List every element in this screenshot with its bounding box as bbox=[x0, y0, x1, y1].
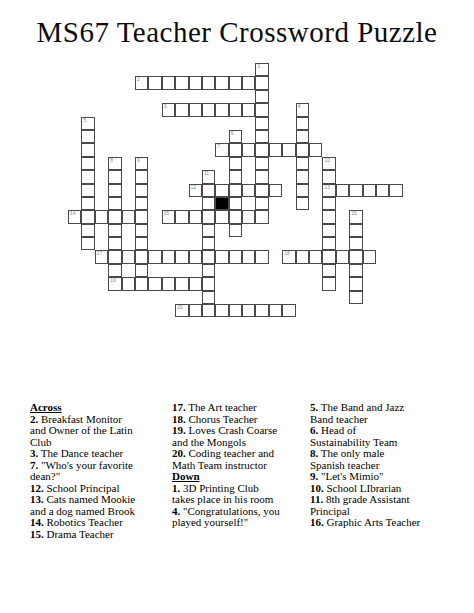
grid-cell[interactable] bbox=[162, 277, 175, 290]
grid-cell[interactable] bbox=[296, 143, 309, 156]
grid-cell[interactable] bbox=[255, 90, 268, 103]
grid-cell[interactable] bbox=[162, 250, 175, 263]
grid-cell[interactable] bbox=[135, 170, 148, 183]
grid-cell[interactable] bbox=[148, 250, 161, 263]
grid-cell[interactable]: 6 bbox=[229, 130, 242, 143]
clue-label: 20. bbox=[172, 447, 186, 459]
grid-cell[interactable] bbox=[255, 103, 268, 116]
clue-number: 14 bbox=[70, 211, 76, 216]
grid-cell[interactable] bbox=[296, 170, 309, 183]
grid-cell[interactable] bbox=[336, 250, 349, 263]
grid-cell[interactable] bbox=[135, 197, 148, 210]
grid-cell[interactable] bbox=[215, 250, 228, 263]
grid-cell[interactable] bbox=[202, 76, 215, 89]
grid-cell[interactable] bbox=[255, 143, 268, 156]
grid-cell[interactable] bbox=[108, 184, 121, 197]
grid-cell[interactable] bbox=[189, 210, 202, 223]
clue-number: 13 bbox=[324, 185, 330, 190]
grid-cell[interactable] bbox=[269, 143, 282, 156]
clue-label: 17. bbox=[172, 401, 186, 413]
grid-cell[interactable] bbox=[255, 157, 268, 170]
clue-label: 1. bbox=[172, 482, 180, 494]
grid-cell[interactable] bbox=[108, 197, 121, 210]
clue-number: 8 bbox=[110, 158, 113, 163]
clue-label: 15. bbox=[30, 528, 44, 540]
across-clue-20: 20. Coding teacher and Math Team instruc… bbox=[172, 448, 304, 471]
grid-cell[interactable] bbox=[242, 184, 255, 197]
across-clue-2: 2. Breakfast Monitor and Owner of the La… bbox=[30, 414, 168, 449]
grid-cell[interactable] bbox=[202, 237, 215, 250]
grid-cell[interactable] bbox=[242, 76, 255, 89]
grid-cell[interactable] bbox=[135, 250, 148, 263]
grid-cell[interactable]: 5 bbox=[81, 117, 94, 130]
across-clue-17: 17. The Art teacher bbox=[172, 402, 304, 414]
grid-cell[interactable] bbox=[322, 237, 335, 250]
down-clue-5: 5. The Band and Jazz Band teacher bbox=[310, 402, 468, 425]
grid-cell[interactable] bbox=[108, 237, 121, 250]
across-clue-15: 15. Drama Teacher bbox=[30, 529, 168, 541]
clue-number: 6 bbox=[231, 131, 234, 136]
grid-cell[interactable] bbox=[122, 277, 135, 290]
down-clue-8: 8. The only male Spanish teacher bbox=[310, 448, 468, 471]
grid-cell[interactable]: 2 bbox=[135, 76, 148, 89]
grid-cell[interactable] bbox=[242, 143, 255, 156]
grid-cell[interactable] bbox=[242, 250, 255, 263]
grid-cell[interactable] bbox=[229, 210, 242, 223]
grid-cell[interactable] bbox=[322, 277, 335, 290]
grid-cell[interactable] bbox=[81, 237, 94, 250]
grid-cell[interactable] bbox=[148, 277, 161, 290]
grid-cell[interactable] bbox=[336, 184, 349, 197]
grid-cell[interactable] bbox=[135, 224, 148, 237]
clues-section: Across2. Breakfast Monitor and Owner of … bbox=[0, 402, 474, 582]
clue-label: 14. bbox=[30, 516, 44, 528]
clue-number: 12 bbox=[191, 185, 197, 190]
clue-label: 6. bbox=[310, 424, 318, 436]
grid-cell[interactable] bbox=[135, 210, 148, 223]
clue-label: 12. bbox=[30, 482, 44, 494]
clue-number: 9 bbox=[137, 158, 140, 163]
grid-cell[interactable] bbox=[175, 250, 188, 263]
grid-cell[interactable] bbox=[202, 250, 215, 263]
grid-cell[interactable] bbox=[202, 184, 215, 197]
down-clue-16: 16. Graphic Arts Teacher bbox=[310, 517, 468, 529]
grid-cell[interactable] bbox=[296, 157, 309, 170]
grid-cell[interactable]: 19 bbox=[108, 277, 121, 290]
grid-cell[interactable] bbox=[175, 103, 188, 116]
grid-cell[interactable] bbox=[349, 264, 362, 277]
grid-cell[interactable] bbox=[189, 304, 202, 317]
grid-cell[interactable] bbox=[349, 184, 362, 197]
clue-column-3: 5. The Band and Jazz Band teacher6. Head… bbox=[310, 402, 468, 529]
across-clue-14: 14. Robotics Teacher bbox=[30, 517, 168, 529]
crossword-grid: 1234567891011121314151617181920 bbox=[68, 63, 403, 317]
grid-cell[interactable]: 13 bbox=[322, 184, 335, 197]
grid-cell[interactable]: 14 bbox=[68, 210, 81, 223]
grid-cell[interactable]: 8 bbox=[108, 157, 121, 170]
grid-cell[interactable] bbox=[108, 264, 121, 277]
clue-number: 7 bbox=[217, 144, 220, 149]
grid-cell[interactable]: 18 bbox=[282, 250, 295, 263]
down-clue-9: 9. "Let's Mimio" bbox=[310, 471, 468, 483]
down-heading: Down bbox=[172, 471, 304, 483]
grid-cell[interactable] bbox=[229, 76, 242, 89]
down-clue-11: 11. 8th grade Assistant Principal bbox=[310, 494, 468, 517]
grid-cell[interactable] bbox=[242, 304, 255, 317]
clue-label: 13. bbox=[30, 493, 44, 505]
grid-cell[interactable] bbox=[255, 76, 268, 89]
grid-cell[interactable] bbox=[81, 170, 94, 183]
grid-cell[interactable]: 20 bbox=[175, 304, 188, 317]
grid-cell[interactable] bbox=[81, 130, 94, 143]
grid-cell[interactable] bbox=[189, 250, 202, 263]
grid-cell[interactable] bbox=[108, 210, 121, 223]
grid-cell[interactable] bbox=[215, 103, 228, 116]
grid-cell[interactable] bbox=[175, 210, 188, 223]
grid-cell[interactable] bbox=[108, 170, 121, 183]
grid-cell[interactable]: 9 bbox=[135, 157, 148, 170]
grid-cell[interactable]: 17 bbox=[95, 250, 108, 263]
grid-cell[interactable]: 11 bbox=[202, 170, 215, 183]
clue-label: 2. bbox=[30, 413, 38, 425]
grid-cell[interactable] bbox=[255, 304, 268, 317]
grid-cell[interactable] bbox=[296, 197, 309, 210]
grid-cell[interactable] bbox=[322, 224, 335, 237]
across-clue-19: 19. Loves Crash Coarse and the Mongols bbox=[172, 425, 304, 448]
clue-number: 4 bbox=[298, 104, 301, 109]
clue-number: 20 bbox=[177, 305, 183, 310]
clue-label: 4. bbox=[172, 505, 180, 517]
grid-cell[interactable] bbox=[363, 250, 376, 263]
grid-cell[interactable] bbox=[309, 143, 322, 156]
grid-cell[interactable] bbox=[81, 184, 94, 197]
clue-column-2: 17. The Art teacher18. Chorus Teacher19.… bbox=[172, 402, 304, 529]
grid-cell[interactable] bbox=[229, 143, 242, 156]
grid-cell[interactable] bbox=[282, 304, 295, 317]
grid-cell[interactable] bbox=[189, 103, 202, 116]
grid-cell[interactable] bbox=[255, 210, 268, 223]
grid-cell[interactable] bbox=[269, 184, 282, 197]
clue-number: 2 bbox=[137, 77, 140, 82]
grid-cell[interactable] bbox=[296, 117, 309, 130]
page: MS67 Teacher Crossword Puzzle 1234567891… bbox=[0, 0, 474, 613]
clue-label: 3. bbox=[30, 447, 38, 459]
clue-label: 8. bbox=[310, 447, 318, 459]
grid-cell[interactable] bbox=[229, 197, 242, 210]
grid-cell[interactable] bbox=[255, 117, 268, 130]
grid-cell[interactable] bbox=[349, 291, 362, 304]
grid-cell[interactable]: 7 bbox=[215, 143, 228, 156]
clue-number: 10 bbox=[324, 158, 330, 163]
grid-cell[interactable]: 1 bbox=[255, 63, 268, 76]
clue-label: 18. bbox=[172, 413, 186, 425]
clue-number: 17 bbox=[97, 251, 103, 256]
grid-cell[interactable] bbox=[148, 76, 161, 89]
grid-cell[interactable] bbox=[81, 157, 94, 170]
grid-cell[interactable] bbox=[255, 170, 268, 183]
grid-cell[interactable] bbox=[202, 210, 215, 223]
grid-cell[interactable] bbox=[349, 237, 362, 250]
grid-cell[interactable] bbox=[215, 76, 228, 89]
grid-cell[interactable]: 16 bbox=[349, 210, 362, 223]
grid-cell[interactable] bbox=[135, 264, 148, 277]
grid-cell[interactable] bbox=[282, 143, 295, 156]
clue-number: 11 bbox=[204, 171, 209, 176]
clue-number: 16 bbox=[351, 211, 357, 216]
grid-cell[interactable] bbox=[255, 130, 268, 143]
grid-cell[interactable] bbox=[296, 184, 309, 197]
grid-cell[interactable] bbox=[202, 304, 215, 317]
grid-cell[interactable] bbox=[215, 210, 228, 223]
grid-cell[interactable] bbox=[202, 224, 215, 237]
grid-cell[interactable] bbox=[175, 76, 188, 89]
clue-number: 15 bbox=[164, 211, 170, 216]
grid-cell[interactable] bbox=[349, 277, 362, 290]
grid-cell[interactable]: 4 bbox=[296, 103, 309, 116]
grid-cell[interactable] bbox=[108, 250, 121, 263]
grid-cell[interactable] bbox=[229, 250, 242, 263]
grid-cell[interactable] bbox=[122, 250, 135, 263]
down-clue-6: 6. Head of Sustainability Team bbox=[310, 425, 468, 448]
across-heading: Across bbox=[30, 402, 168, 414]
grid-cell[interactable] bbox=[349, 224, 362, 237]
grid-cell[interactable] bbox=[202, 264, 215, 277]
grid-cell[interactable] bbox=[229, 304, 242, 317]
grid-cell[interactable] bbox=[135, 277, 148, 290]
grid-cell[interactable] bbox=[322, 264, 335, 277]
grid-cell[interactable] bbox=[229, 184, 242, 197]
grid-cell[interactable] bbox=[81, 224, 94, 237]
grid-cell[interactable] bbox=[322, 170, 335, 183]
clue-label: 9. bbox=[310, 470, 318, 482]
grid-cell[interactable] bbox=[309, 250, 322, 263]
clue-label: 10. bbox=[310, 482, 324, 494]
grid-cell[interactable]: 3 bbox=[162, 103, 175, 116]
grid-cell[interactable] bbox=[376, 184, 389, 197]
grid-cell[interactable] bbox=[215, 304, 228, 317]
across-clue-7: 7. "Who's your favorite dean?" bbox=[30, 460, 168, 483]
grid-cell[interactable] bbox=[95, 210, 108, 223]
grid-cell[interactable] bbox=[202, 103, 215, 116]
grid-cell[interactable] bbox=[389, 184, 402, 197]
grid-cell[interactable] bbox=[81, 210, 94, 223]
grid-cell[interactable] bbox=[322, 210, 335, 223]
grid-cell[interactable] bbox=[229, 157, 242, 170]
clue-column-1: Across2. Breakfast Monitor and Owner of … bbox=[30, 402, 168, 540]
clue-label: 7. bbox=[30, 459, 38, 471]
grid-cell[interactable] bbox=[189, 277, 202, 290]
grid-cell[interactable]: 15 bbox=[162, 210, 175, 223]
grid-cell[interactable] bbox=[108, 224, 121, 237]
grid-cell[interactable] bbox=[202, 291, 215, 304]
grid-cell[interactable] bbox=[349, 250, 362, 263]
grid-cell[interactable] bbox=[189, 76, 202, 89]
grid-cell[interactable] bbox=[229, 103, 242, 116]
down-clue-4: 4. "Congratulations, you played yourself… bbox=[172, 506, 304, 529]
clue-number: 3 bbox=[164, 104, 167, 109]
grid-cell[interactable] bbox=[175, 277, 188, 290]
clue-number: 1 bbox=[257, 64, 260, 69]
grid-cell[interactable] bbox=[202, 197, 215, 210]
clue-label: 5. bbox=[310, 401, 318, 413]
black-cell bbox=[215, 197, 228, 210]
clue-label: 19. bbox=[172, 424, 186, 436]
grid-cell[interactable] bbox=[81, 143, 94, 156]
grid-cell[interactable] bbox=[135, 237, 148, 250]
grid-cell[interactable] bbox=[229, 170, 242, 183]
grid-cell[interactable] bbox=[242, 103, 255, 116]
grid-cell[interactable] bbox=[202, 277, 215, 290]
grid-cell[interactable] bbox=[242, 210, 255, 223]
grid-cell[interactable] bbox=[296, 250, 309, 263]
grid-cell[interactable] bbox=[363, 184, 376, 197]
across-clue-13: 13. Cats named Mookie and a dog named Br… bbox=[30, 494, 168, 517]
down-clue-1: 1. 3D Printing Club takes place in his r… bbox=[172, 483, 304, 506]
grid-cell[interactable]: 10 bbox=[322, 157, 335, 170]
grid-cell[interactable] bbox=[229, 224, 242, 237]
clue-label: 16. bbox=[310, 516, 324, 528]
grid-cell[interactable] bbox=[81, 197, 94, 210]
grid-cell[interactable] bbox=[135, 184, 148, 197]
clue-label: 11. bbox=[310, 493, 323, 505]
grid-cell[interactable] bbox=[269, 304, 282, 317]
grid-cell[interactable] bbox=[296, 130, 309, 143]
grid-cell[interactable] bbox=[255, 197, 268, 210]
grid-cell[interactable] bbox=[255, 250, 268, 263]
grid-cell[interactable]: 12 bbox=[189, 184, 202, 197]
clue-number: 18 bbox=[284, 251, 290, 256]
grid-cell[interactable] bbox=[122, 210, 135, 223]
grid-cell[interactable] bbox=[162, 76, 175, 89]
clue-number: 5 bbox=[83, 118, 86, 123]
grid-cell[interactable] bbox=[322, 197, 335, 210]
page-title: MS67 Teacher Crossword Puzzle bbox=[0, 16, 474, 49]
grid-cell[interactable] bbox=[215, 184, 228, 197]
clue-number: 19 bbox=[110, 278, 116, 283]
grid-cell[interactable] bbox=[255, 184, 268, 197]
grid-cell[interactable] bbox=[322, 250, 335, 263]
across-clue-3: 3. The Dance teacher bbox=[30, 448, 168, 460]
